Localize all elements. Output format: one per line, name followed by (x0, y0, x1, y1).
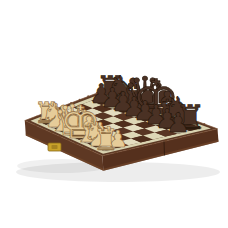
border-ornament-dot (152, 143, 154, 145)
product-photo-chess-set: ♜♟♞♟♝♟♛♟♚♟♟♝♜♟♟♞♞♟♟♜♝♟♟♛♟♚♟♝♟♞♟♜ (0, 0, 228, 228)
piece-black-pawn-h7: ♟ (166, 107, 190, 138)
clasp-detail (52, 145, 58, 149)
border-ornament-dot (165, 140, 167, 142)
fold-seam (164, 141, 165, 155)
chess-set-scene: ♜♟♞♟♝♟♛♟♚♟♟♝♜♟♟♞♞♟♟♜♝♟♟♛♟♚♟♝♟♞♟♜ (0, 0, 228, 228)
piece-white-rook-h1: ♜ (93, 123, 119, 157)
border-ornament-dot (140, 145, 142, 147)
